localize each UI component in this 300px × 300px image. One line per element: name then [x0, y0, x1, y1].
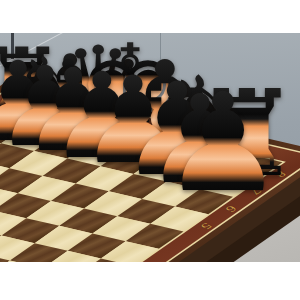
pieces-layer: ♜♞♝♛♚♝♞♜♟♟♟♟♟♟♟♟	[0, 33, 300, 262]
piece-h7-black-pawn: ♟	[162, 75, 284, 211]
chess-set-photo: 8765 ♜♞♝♛♚♝♞♜♟♟♟♟♟♟♟♟	[0, 0, 300, 300]
photo-area: 8765 ♜♞♝♛♚♝♞♜♟♟♟♟♟♟♟♟	[0, 33, 300, 262]
pawn-glyph: ♟	[162, 64, 284, 222]
letterbox-top	[0, 0, 300, 33]
letterbox-bottom	[0, 262, 300, 300]
